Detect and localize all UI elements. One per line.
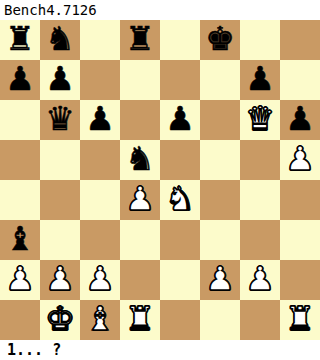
square-g1[interactable] <box>240 300 280 340</box>
square-f8[interactable]: ♚ <box>200 20 240 60</box>
black-king[interactable]: ♚ <box>205 19 235 59</box>
square-f1[interactable] <box>200 300 240 340</box>
square-f5[interactable] <box>200 140 240 180</box>
square-a5[interactable] <box>0 140 40 180</box>
black-pawn[interactable]: ♟ <box>165 99 195 139</box>
square-e2[interactable] <box>160 260 200 300</box>
square-a6[interactable] <box>0 100 40 140</box>
square-e3[interactable] <box>160 220 200 260</box>
white-bishop[interactable]: ♝ <box>85 299 115 339</box>
square-e1[interactable] <box>160 300 200 340</box>
black-knight[interactable]: ♞ <box>45 19 75 59</box>
square-g2[interactable]: ♟ <box>240 260 280 300</box>
square-b4[interactable] <box>40 180 80 220</box>
square-e6[interactable]: ♟ <box>160 100 200 140</box>
white-queen[interactable]: ♛ <box>245 99 275 139</box>
square-g5[interactable] <box>240 140 280 180</box>
square-b5[interactable] <box>40 140 80 180</box>
square-e8[interactable] <box>160 20 200 60</box>
square-c3[interactable] <box>80 220 120 260</box>
square-c5[interactable] <box>80 140 120 180</box>
square-a7[interactable]: ♟ <box>0 60 40 100</box>
square-f3[interactable] <box>200 220 240 260</box>
square-f6[interactable] <box>200 100 240 140</box>
square-h3[interactable] <box>280 220 320 260</box>
square-a2[interactable]: ♟ <box>0 260 40 300</box>
square-h7[interactable] <box>280 60 320 100</box>
square-g3[interactable] <box>240 220 280 260</box>
black-rook[interactable]: ♜ <box>5 19 35 59</box>
white-pawn[interactable]: ♟ <box>125 179 155 219</box>
square-c2[interactable]: ♟ <box>80 260 120 300</box>
square-g8[interactable] <box>240 20 280 60</box>
square-c6[interactable]: ♟ <box>80 100 120 140</box>
square-d8[interactable]: ♜ <box>120 20 160 60</box>
square-b8[interactable]: ♞ <box>40 20 80 60</box>
square-d2[interactable] <box>120 260 160 300</box>
white-pawn[interactable]: ♟ <box>245 259 275 299</box>
square-e7[interactable] <box>160 60 200 100</box>
square-a3[interactable]: ♝ <box>0 220 40 260</box>
square-d5[interactable]: ♞ <box>120 140 160 180</box>
square-b3[interactable] <box>40 220 80 260</box>
square-e4[interactable]: ♞ <box>160 180 200 220</box>
square-b6[interactable]: ♛ <box>40 100 80 140</box>
square-h8[interactable] <box>280 20 320 60</box>
white-king[interactable]: ♚ <box>45 299 75 339</box>
white-pawn[interactable]: ♟ <box>45 259 75 299</box>
square-h5[interactable]: ♟ <box>280 140 320 180</box>
square-f2[interactable]: ♟ <box>200 260 240 300</box>
square-a1[interactable] <box>0 300 40 340</box>
black-rook[interactable]: ♜ <box>125 19 155 59</box>
square-f4[interactable] <box>200 180 240 220</box>
square-d4[interactable]: ♟ <box>120 180 160 220</box>
square-c4[interactable] <box>80 180 120 220</box>
square-g6[interactable]: ♛ <box>240 100 280 140</box>
chess-board: ♜♞♜♚♟♟♟♛♟♟♛♟♞♟♟♞♝♟♟♟♟♟♚♝♜♜ <box>0 20 320 340</box>
white-pawn[interactable]: ♟ <box>5 259 35 299</box>
black-pawn[interactable]: ♟ <box>85 99 115 139</box>
black-knight[interactable]: ♞ <box>125 139 155 179</box>
square-c1[interactable]: ♝ <box>80 300 120 340</box>
black-pawn[interactable]: ♟ <box>245 59 275 99</box>
white-rook[interactable]: ♜ <box>285 299 315 339</box>
square-f7[interactable] <box>200 60 240 100</box>
square-b1[interactable]: ♚ <box>40 300 80 340</box>
square-d7[interactable] <box>120 60 160 100</box>
square-a4[interactable] <box>0 180 40 220</box>
white-rook[interactable]: ♜ <box>125 299 155 339</box>
square-g4[interactable] <box>240 180 280 220</box>
square-h6[interactable]: ♟ <box>280 100 320 140</box>
black-queen[interactable]: ♛ <box>45 99 75 139</box>
square-h4[interactable] <box>280 180 320 220</box>
square-d6[interactable] <box>120 100 160 140</box>
square-d3[interactable] <box>120 220 160 260</box>
black-bishop[interactable]: ♝ <box>5 219 35 259</box>
white-knight[interactable]: ♞ <box>165 179 195 219</box>
square-g7[interactable]: ♟ <box>240 60 280 100</box>
square-h2[interactable] <box>280 260 320 300</box>
black-pawn[interactable]: ♟ <box>45 59 75 99</box>
square-b2[interactable]: ♟ <box>40 260 80 300</box>
square-e5[interactable] <box>160 140 200 180</box>
move-prompt: 1... ? <box>0 340 320 360</box>
square-h1[interactable]: ♜ <box>280 300 320 340</box>
square-b7[interactable]: ♟ <box>40 60 80 100</box>
black-pawn[interactable]: ♟ <box>285 99 315 139</box>
square-c8[interactable] <box>80 20 120 60</box>
white-pawn[interactable]: ♟ <box>285 139 315 179</box>
white-pawn[interactable]: ♟ <box>205 259 235 299</box>
square-a8[interactable]: ♜ <box>0 20 40 60</box>
white-pawn[interactable]: ♟ <box>85 259 115 299</box>
square-c7[interactable] <box>80 60 120 100</box>
black-pawn[interactable]: ♟ <box>5 59 35 99</box>
window-title: Bench4.7126 <box>0 0 320 20</box>
square-d1[interactable]: ♜ <box>120 300 160 340</box>
